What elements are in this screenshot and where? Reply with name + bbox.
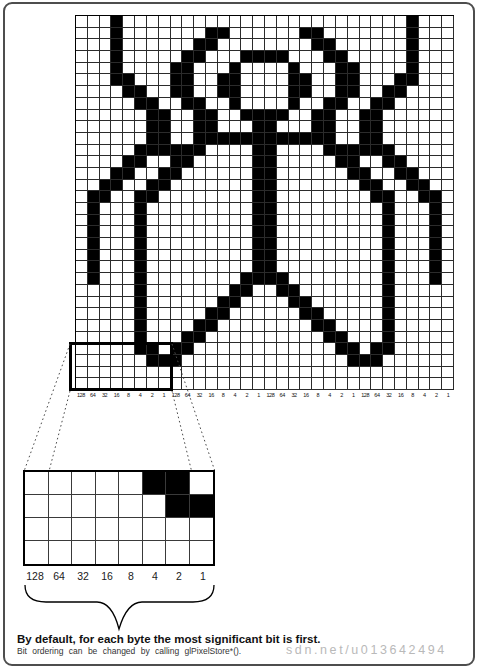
bitmap-cell-empty [76,238,88,250]
bitmap-cell-filled [159,110,171,122]
bitmap-cell-filled [194,98,206,110]
bitmap-cell-filled [111,63,123,75]
bitmap-cell-empty [194,74,206,86]
bitmap-cell-empty [442,297,454,309]
bitmap-cell-empty [419,250,431,262]
bitmap-cell-empty [265,355,277,367]
bitmap-cell-empty [159,156,171,168]
bitmap-cell-empty [123,16,135,28]
bitmap-cell-empty [182,121,194,133]
bitmap-cell-empty [230,110,242,122]
bitmap-cell-empty [407,133,419,145]
bitmap-cell-filled [312,28,324,40]
bitmap-cell-filled [253,145,265,157]
bitmap-cell-filled [253,273,265,285]
bitmap-cell-empty [206,250,218,262]
bitmap-cell-empty [312,285,324,297]
bitmap-cell-empty [312,378,324,390]
bitmap-cell-empty [360,273,372,285]
bitmap-cell-empty [241,86,253,98]
bitmap-cell-empty [76,180,88,192]
bitmap-cell-filled [430,191,442,203]
bitmap-cell-empty [419,343,431,355]
bitmap-cell-empty [111,156,123,168]
bitmap-cell-empty [348,320,360,332]
bitmap-cell-empty [360,261,372,273]
bitmap-cell-empty [348,39,360,51]
bitmap-cell-empty [100,28,112,40]
inset-cell-empty [143,495,167,518]
bitmap-cell-empty [300,343,312,355]
bitmap-cell-empty [171,39,183,51]
bitmap-cell-empty [289,378,301,390]
bitmap-cell-empty [371,156,383,168]
bitmap-cell-filled [253,250,265,262]
bitmap-cell-empty [241,320,253,332]
bitmap-cell-empty [300,250,312,262]
bitmap-cell-empty [348,378,360,390]
bitmap-cell-empty [324,168,336,180]
bitmap-cell-empty [324,156,336,168]
bitmap-cell-empty [419,273,431,285]
bitmap-cell-empty [395,16,407,28]
bitmap-cell-empty [123,261,135,273]
bitmap-cell-filled [194,332,206,344]
bitmap-cell-empty [265,332,277,344]
bitmap-cell-empty [88,110,100,122]
bitmap-cell-empty [442,320,454,332]
bitmap-cell-empty [348,215,360,227]
bitmap-cell-empty [241,145,253,157]
bitmap-cell-filled [289,74,301,86]
bitmap-cell-empty [277,168,289,180]
bitmap-cell-empty [407,110,419,122]
bitmap-cell-empty [88,28,100,40]
bitmap-cell-filled [430,273,442,285]
bitmap-cell-empty [360,39,372,51]
bitmap-cell-empty [407,355,419,367]
bitmap-cell-empty [147,297,159,309]
bitmap-cell-empty [312,63,324,75]
bitmap-cell-filled [336,63,348,75]
bitmap-cell-empty [300,168,312,180]
bitmap-cell-empty [111,98,123,110]
bitmap-cell-empty [336,261,348,273]
bitmap-cell-filled [147,121,159,133]
bitmap-cell-empty [147,308,159,320]
bitmap-cell-empty [194,86,206,98]
bitmap-cell-empty [419,378,431,390]
bitmap-cell-filled [111,16,123,28]
bitmap-cell-empty [312,332,324,344]
bitmap-cell-filled [324,121,336,133]
bitmap-cell-empty [407,250,419,262]
bitmap-cell-empty [336,355,348,367]
bitmap-cell-empty [277,238,289,250]
bitmap-cell-filled [218,133,230,145]
bitmap-cell-empty [265,28,277,40]
bitmap-cell-empty [253,28,265,40]
bitmap-cell-empty [194,156,206,168]
bitmap-cell-empty [289,250,301,262]
bitmap-cell-filled [147,145,159,157]
bitmap-cell-filled [371,191,383,203]
bit-value-label: 2 [146,391,158,399]
bitmap-cell-empty [312,203,324,215]
bitmap-cell-empty [289,180,301,192]
bitmap-cell-filled [135,203,147,215]
bitmap-cell-empty [171,51,183,63]
bitmap-cell-empty [88,285,100,297]
bitmap-cell-empty [159,226,171,238]
bitmap-cell-empty [407,215,419,227]
bitmap-cell-empty [111,215,123,227]
bitmap-cell-empty [100,74,112,86]
bitmap-cell-filled [336,343,348,355]
bitmap-cell-empty [336,378,348,390]
bitmap-cell-empty [171,110,183,122]
bitmap-cell-empty [407,226,419,238]
bitmap-cell-empty [324,261,336,273]
bitmap-cell-empty [111,285,123,297]
bitmap-cell-empty [430,110,442,122]
bitmap-cell-empty [277,226,289,238]
bitmap-cell-filled [371,355,383,367]
bitmap-cell-empty [100,86,112,98]
bitmap-cell-empty [300,238,312,250]
bitmap-cell-filled [383,320,395,332]
bitmap-cell-empty [277,145,289,157]
bitmap-cell-empty [111,110,123,122]
bitmap-cell-filled [265,226,277,238]
bitmap-cell-empty [76,51,88,63]
bitmap-cell-empty [430,320,442,332]
bitmap-cell-empty [395,273,407,285]
bitmap-cell-empty [230,367,242,379]
bitmap-cell-empty [206,98,218,110]
bitmap-cell-empty [395,343,407,355]
bitmap-cell-empty [430,28,442,40]
inset-bit-value-label: 128 [23,570,47,583]
bitmap-cell-empty [419,308,431,320]
bitmap-cell-empty [395,261,407,273]
bitmap-cell-empty [395,51,407,63]
bitmap-cell-filled [111,39,123,51]
bitmap-cell-empty [336,110,348,122]
bitmap-cell-filled [147,98,159,110]
bitmap-cell-empty [230,238,242,250]
bitmap-cell-empty [230,261,242,273]
bitmap-cell-empty [442,285,454,297]
bitmap-cell-empty [123,121,135,133]
bitmap-cell-empty [76,39,88,51]
bitmap-cell-empty [241,191,253,203]
bitmap-cell-empty [395,191,407,203]
bitmap-cell-filled [206,121,218,133]
bitmap-cell-filled [383,332,395,344]
bitmap-cell-empty [206,378,218,390]
bitmap-cell-empty [218,180,230,192]
bitmap-cell-empty [253,378,265,390]
bitmap-cell-filled [277,110,289,122]
bitmap-cell-empty [277,63,289,75]
bitmap-cell-empty [253,86,265,98]
bitmap-cell-empty [348,16,360,28]
bitmap-cell-filled [300,297,312,309]
bitmap-cell-filled [206,110,218,122]
bitmap-cell-empty [336,121,348,133]
bitmap-cell-empty [171,285,183,297]
bitmap-cell-empty [253,320,265,332]
magnified-byte-selection-box [69,342,173,391]
bitmap-cell-filled [383,238,395,250]
bitmap-cell-empty [348,367,360,379]
bitmap-cell-empty [383,378,395,390]
bitmap-cell-empty [395,180,407,192]
bitmap-cell-filled [182,74,194,86]
bitmap-cell-filled [312,121,324,133]
bitmap-cell-empty [182,203,194,215]
bitmap-cell-empty [230,226,242,238]
bitmap-cell-empty [300,203,312,215]
bitmap-cell-empty [371,39,383,51]
bitmap-cell-empty [206,180,218,192]
bitmap-cell-empty [182,367,194,379]
bitmap-cell-empty [100,261,112,273]
bitmap-cell-filled [88,226,100,238]
bitmap-cell-empty [171,320,183,332]
bitmap-cell-filled [88,273,100,285]
bitmap-cell-empty [430,74,442,86]
bitmap-cell-empty [407,261,419,273]
bitmap-cell-empty [324,297,336,309]
bitmap-cell-empty [289,273,301,285]
bitmap-cell-empty [100,156,112,168]
bitmap-cell-empty [324,285,336,297]
bitmap-cell-empty [218,273,230,285]
bitmap-cell-empty [430,308,442,320]
bitmap-cell-empty [123,215,135,227]
bitmap-cell-empty [206,355,218,367]
bitmap-cell-empty [360,98,372,110]
bitmap-cell-filled [430,238,442,250]
bitmap-cell-empty [111,250,123,262]
bitmap-cell-empty [171,121,183,133]
bitmap-cell-filled [123,86,135,98]
bitmap-cell-empty [182,378,194,390]
bit-value-label: 32 [193,391,205,399]
bitmap-cell-empty [206,203,218,215]
bitmap-cell-empty [360,51,372,63]
bitmap-cell-empty [182,180,194,192]
bitmap-cell-empty [100,16,112,28]
bitmap-cell-empty [100,238,112,250]
bitmap-cell-empty [300,121,312,133]
bitmap-cell-empty [442,121,454,133]
bitmap-cell-filled [253,215,265,227]
bitmap-cell-empty [395,133,407,145]
bitmap-cell-empty [395,378,407,390]
bitmap-cell-filled [300,74,312,86]
bitmap-cell-filled [135,261,147,273]
bitmap-cell-filled [348,343,360,355]
bitmap-cell-empty [88,16,100,28]
bitmap-cell-empty [100,285,112,297]
bitmap-cell-filled [265,191,277,203]
bitmap-cell-empty [88,51,100,63]
bitmap-cell-empty [88,168,100,180]
bitmap-cell-empty [241,39,253,51]
bit-value-label: 16 [300,391,312,399]
bitmap-cell-empty [241,74,253,86]
bitmap-cell-filled [123,156,135,168]
bitmap-cell-empty [324,180,336,192]
bitmap-cell-filled [218,297,230,309]
bitmap-cell-empty [360,191,372,203]
bitmap-cell-filled [135,308,147,320]
bitmap-cell-empty [430,343,442,355]
bitmap-cell-empty [230,250,242,262]
bitmap-cell-empty [277,121,289,133]
inset-bit-value-label: 64 [47,570,71,583]
bitmap-cell-empty [419,168,431,180]
bitmap-cell-filled [111,74,123,86]
bitmap-cell-filled [360,121,372,133]
bitmap-cell-filled [265,250,277,262]
bitmap-cell-filled [253,180,265,192]
bitmap-cell-empty [289,168,301,180]
bitmap-cell-filled [265,203,277,215]
bitmap-cell-empty [430,86,442,98]
bitmap-cell-empty [371,308,383,320]
bitmap-cell-empty [395,98,407,110]
bit-value-label: 4 [324,391,336,399]
bitmap-cell-empty [182,39,194,51]
bitmap-cell-empty [100,308,112,320]
bitmap-cell-empty [336,320,348,332]
bitmap-cell-empty [159,28,171,40]
bitmap-cell-empty [100,320,112,332]
bitmap-cell-filled [253,238,265,250]
bitmap-cell-filled [265,145,277,157]
bitmap-cell-empty [395,285,407,297]
bitmap-cell-empty [371,297,383,309]
bit-value-label: 1 [158,391,170,399]
bitmap-cell-empty [430,156,442,168]
bitmap-cell-empty [265,285,277,297]
bitmap-cell-empty [218,226,230,238]
bitmap-cell-empty [430,16,442,28]
bitmap-cell-filled [430,226,442,238]
bitmap-cell-empty [383,74,395,86]
bitmap-cell-empty [218,168,230,180]
bitmap-cell-empty [395,39,407,51]
bitmap-cell-empty [194,378,206,390]
bitmap-cell-filled [407,16,419,28]
bitmap-cell-empty [419,367,431,379]
bitmap-cell-empty [419,261,431,273]
bitmap-cell-empty [395,145,407,157]
bitmap-cell-empty [100,110,112,122]
bitmap-cell-empty [253,297,265,309]
bitmap-cell-filled [300,28,312,40]
bitmap-cell-empty [383,355,395,367]
bitmap-cell-filled [253,261,265,273]
bitmap-cell-empty [324,28,336,40]
bitmap-cell-empty [277,320,289,332]
bitmap-cell-empty [218,110,230,122]
bitmap-cell-empty [419,98,431,110]
bitmap-cell-empty [230,320,242,332]
bitmap-cell-empty [312,367,324,379]
bitmap-cell-empty [419,74,431,86]
bitmap-cell-filled [159,145,171,157]
bitmap-cell-empty [419,51,431,63]
bitmap-cell-empty [360,16,372,28]
inset-bit-value-label: 4 [143,570,167,583]
bitmap-cell-empty [430,39,442,51]
bitmap-cell-empty [111,133,123,145]
bitmap-cell-empty [442,261,454,273]
bitmap-cell-empty [289,191,301,203]
bitmap-cell-filled [324,320,336,332]
bitmap-cell-empty [135,121,147,133]
bitmap-cell-filled [265,110,277,122]
bitmap-cell-filled [312,308,324,320]
bitmap-cell-empty [147,215,159,227]
bitmap-cell-empty [419,28,431,40]
bitmap-cell-empty [206,145,218,157]
bit-value-label: 4 [134,391,146,399]
fly-bitmap-grid [75,15,454,390]
bitmap-cell-empty [336,16,348,28]
bitmap-cell-filled [371,121,383,133]
bitmap-cell-filled [371,145,383,157]
bitmap-cell-empty [218,191,230,203]
inset-cell-empty [72,541,96,564]
bitmap-cell-empty [419,355,431,367]
bitmap-cell-empty [265,378,277,390]
bitmap-cell-empty [383,63,395,75]
bitmap-cell-empty [371,332,383,344]
bitmap-cell-empty [442,191,454,203]
bitmap-cell-filled [265,168,277,180]
inset-cell-empty [96,495,120,518]
bitmap-cell-filled [265,51,277,63]
bitmap-cell-empty [171,191,183,203]
bitmap-cell-empty [371,378,383,390]
bitmap-cell-empty [289,332,301,344]
bitmap-cell-empty [312,98,324,110]
bitmap-cell-filled [265,180,277,192]
bitmap-cell-empty [300,320,312,332]
bitmap-cell-empty [442,168,454,180]
bitmap-cell-empty [407,238,419,250]
bitmap-cell-filled [265,238,277,250]
bitmap-cell-filled [336,51,348,63]
bitmap-cell-empty [241,203,253,215]
bitmap-cell-empty [289,16,301,28]
bitmap-cell-filled [253,121,265,133]
bitmap-cell-empty [100,39,112,51]
bitmap-cell-filled [230,86,242,98]
bitmap-cell-empty [147,168,159,180]
bitmap-cell-empty [312,343,324,355]
bitmap-cell-empty [265,74,277,86]
bit-value-label: 64 [276,391,288,399]
bitmap-cell-filled [360,180,372,192]
bitmap-cell-empty [383,51,395,63]
